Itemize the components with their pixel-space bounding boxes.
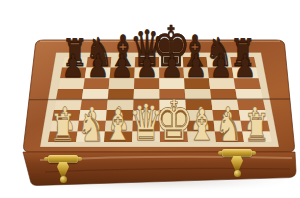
square-h8[interactable] (230, 57, 256, 68)
square-f1[interactable] (187, 131, 216, 142)
square-a1[interactable] (48, 131, 78, 142)
square-e6[interactable] (159, 78, 184, 89)
square-a3[interactable] (52, 110, 80, 121)
square-d5[interactable] (134, 89, 160, 100)
latch-left-plate (48, 155, 78, 163)
square-b2[interactable] (78, 121, 106, 132)
square-f8[interactable] (183, 57, 208, 68)
square-d8[interactable] (135, 57, 159, 68)
square-a8[interactable] (62, 57, 88, 68)
square-d3[interactable] (133, 110, 160, 121)
square-d2[interactable] (132, 121, 160, 132)
square-h2[interactable] (241, 121, 270, 132)
square-d4[interactable] (133, 100, 159, 111)
square-a7[interactable] (60, 68, 86, 79)
square-a2[interactable] (50, 121, 79, 132)
square-b7[interactable] (85, 68, 111, 79)
square-b5[interactable] (82, 89, 109, 100)
square-d6[interactable] (134, 78, 159, 89)
square-c2[interactable] (105, 121, 133, 132)
square-e5[interactable] (159, 89, 185, 100)
square-g3[interactable] (212, 110, 240, 121)
square-e8[interactable] (159, 57, 183, 68)
square-e1[interactable] (160, 131, 188, 142)
latch-right-plate (222, 149, 252, 157)
square-f2[interactable] (187, 121, 215, 132)
square-e7[interactable] (159, 68, 184, 79)
square-f7[interactable] (183, 68, 209, 79)
square-b1[interactable] (76, 131, 105, 142)
square-a4[interactable] (54, 100, 82, 111)
hinge-seam (29, 99, 290, 100)
square-e2[interactable] (160, 121, 188, 132)
square-c1[interactable] (104, 131, 132, 142)
square-c7[interactable] (110, 68, 135, 79)
square-c6[interactable] (109, 78, 135, 89)
square-b6[interactable] (83, 78, 109, 89)
square-c3[interactable] (106, 110, 133, 121)
square-g5[interactable] (210, 89, 237, 100)
square-g7[interactable] (208, 68, 234, 79)
square-c4[interactable] (107, 100, 134, 111)
square-h3[interactable] (239, 110, 268, 121)
square-c8[interactable] (111, 57, 136, 68)
square-g8[interactable] (207, 57, 233, 68)
square-g4[interactable] (211, 100, 239, 111)
latch-right-ball (234, 170, 241, 177)
square-g2[interactable] (214, 121, 243, 132)
square-g1[interactable] (215, 131, 244, 142)
square-g6[interactable] (209, 78, 236, 89)
square-f4[interactable] (185, 100, 212, 111)
square-f5[interactable] (185, 89, 212, 100)
square-f3[interactable] (186, 110, 214, 121)
square-d1[interactable] (132, 131, 160, 142)
square-e3[interactable] (160, 110, 187, 121)
square-h1[interactable] (242, 131, 272, 142)
square-h7[interactable] (232, 68, 259, 79)
latch-left-ball (60, 176, 67, 183)
square-a6[interactable] (58, 78, 85, 89)
chess-set-photo: ♜♞♝♛♚♝♞♜♟♟♟♟♟♟♟♟♟♟♟♟♟♟♟♟♜♞♝♛♚♝♞♜ (0, 0, 300, 198)
square-b3[interactable] (79, 110, 107, 121)
square-b8[interactable] (86, 57, 111, 68)
square-h5[interactable] (235, 89, 263, 100)
square-b4[interactable] (80, 100, 107, 111)
square-d7[interactable] (134, 68, 159, 79)
square-c5[interactable] (108, 89, 134, 100)
square-e4[interactable] (160, 100, 187, 111)
square-a5[interactable] (56, 89, 83, 100)
square-h4[interactable] (237, 100, 265, 111)
chess-board (0, 0, 300, 198)
square-h6[interactable] (234, 78, 261, 89)
square-f6[interactable] (184, 78, 210, 89)
